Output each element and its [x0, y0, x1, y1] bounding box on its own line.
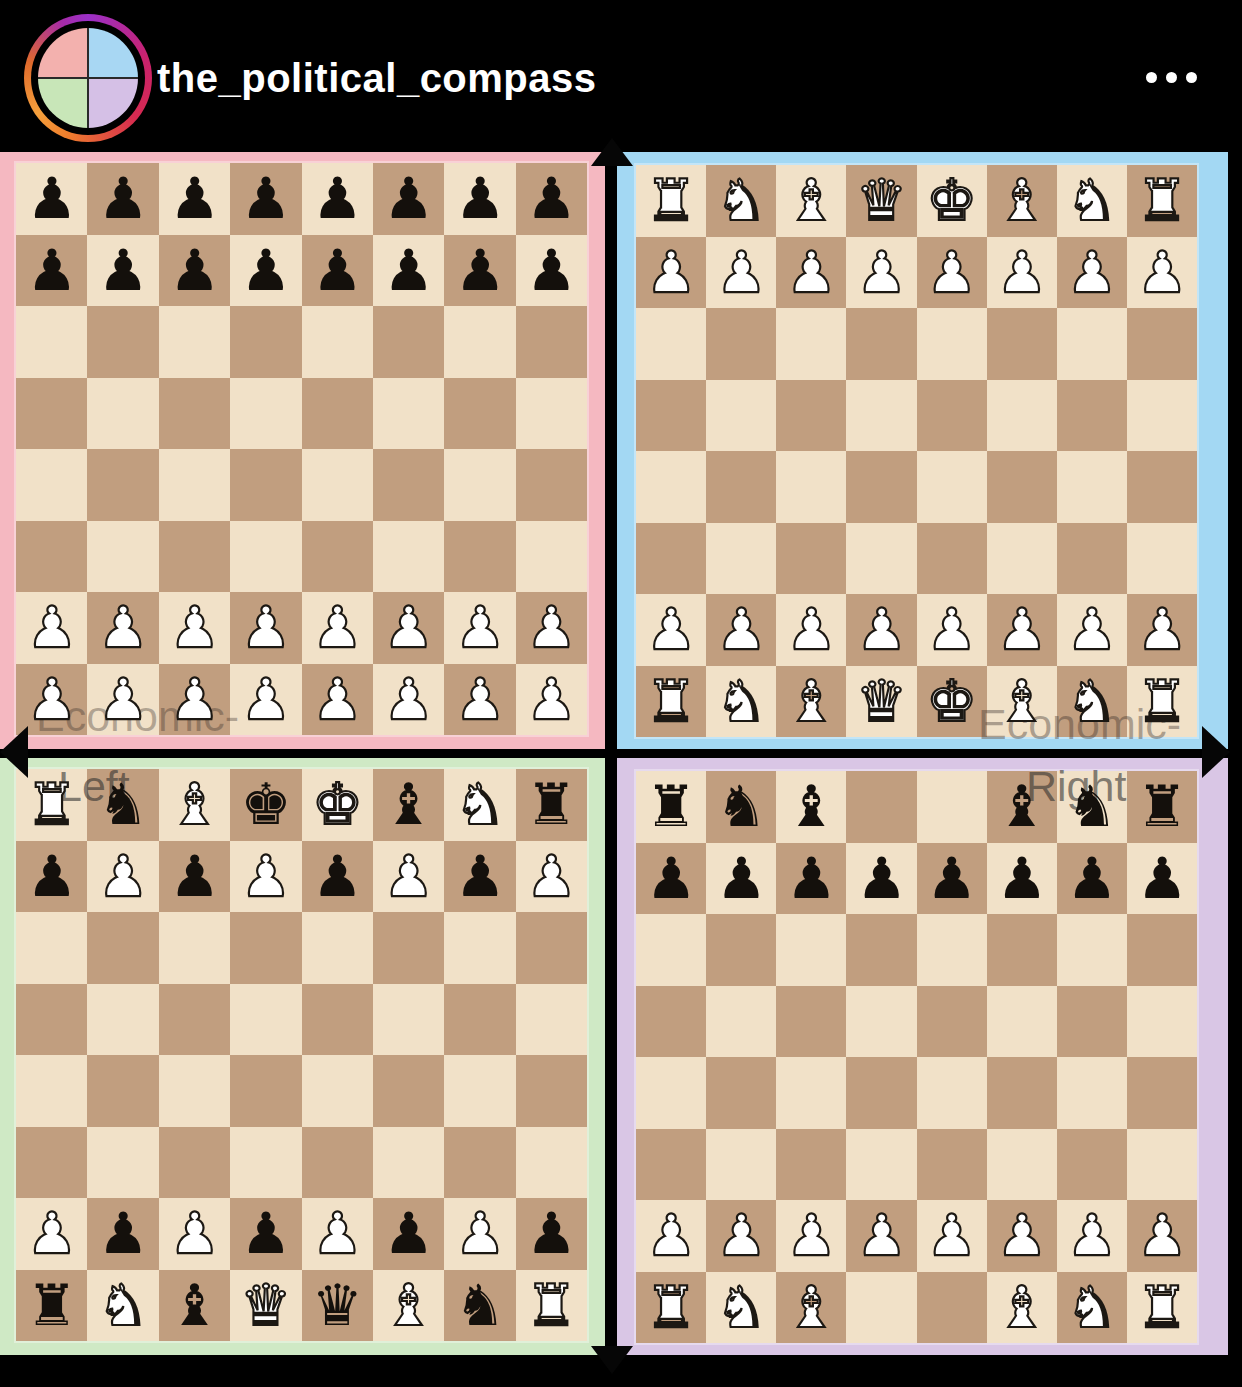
square	[302, 306, 373, 378]
quadrant-bottom-right[interactable]: ♜♞♝♝♞♜♟♟♟♟♟♟♟♟♟♟♟♟♟♟♟♟♜♞♝♝♞♜	[617, 758, 1228, 1355]
square: ♟	[444, 1198, 515, 1270]
square: ♝	[373, 1270, 444, 1342]
square	[917, 1129, 987, 1201]
white-pawn-icon: ♟	[312, 671, 363, 728]
axis-arrow-left-icon	[0, 726, 28, 778]
square	[373, 984, 444, 1056]
square	[1057, 986, 1127, 1058]
square: ♛	[846, 165, 916, 237]
white-rook-icon: ♜	[1136, 1279, 1187, 1336]
black-pawn-icon: ♟	[526, 1205, 577, 1262]
political-compass-icon	[38, 28, 138, 128]
post-header: the_political_compass	[0, 0, 1242, 152]
square	[516, 984, 587, 1056]
square	[230, 306, 301, 378]
black-pawn-icon: ♟	[856, 850, 907, 907]
white-rook-icon: ♜	[1136, 673, 1187, 730]
black-pawn-icon: ♟	[383, 242, 434, 299]
square	[846, 380, 916, 452]
black-pawn-icon: ♟	[526, 170, 577, 227]
square	[706, 523, 776, 595]
white-pawn-icon: ♟	[1136, 1207, 1187, 1264]
square: ♟	[444, 163, 515, 235]
black-pawn-icon: ♟	[98, 1205, 149, 1262]
square: ♞	[1057, 666, 1127, 738]
square: ♞	[444, 769, 515, 841]
square	[87, 1127, 158, 1199]
square	[706, 1129, 776, 1201]
square: ♟	[87, 592, 158, 664]
white-queen-icon: ♛	[856, 172, 907, 229]
square	[87, 306, 158, 378]
black-pawn-icon: ♟	[454, 848, 505, 905]
square	[16, 378, 87, 450]
black-pawn-icon: ♟	[312, 170, 363, 227]
square: ♜	[636, 771, 706, 843]
square	[159, 521, 230, 593]
square: ♞	[444, 1270, 515, 1342]
black-knight-icon: ♞	[454, 1277, 505, 1334]
black-pawn-icon: ♟	[454, 170, 505, 227]
square: ♟	[444, 592, 515, 664]
square	[444, 378, 515, 450]
black-pawn-icon: ♟	[1066, 850, 1117, 907]
square	[1057, 380, 1127, 452]
square: ♞	[706, 666, 776, 738]
square: ♟	[373, 592, 444, 664]
square	[373, 378, 444, 450]
white-pawn-icon: ♟	[996, 244, 1047, 301]
square: ♚	[230, 769, 301, 841]
square	[917, 986, 987, 1058]
square	[373, 306, 444, 378]
black-pawn-icon: ♟	[26, 170, 77, 227]
black-knight-icon: ♞	[716, 778, 767, 835]
white-pawn-icon: ♟	[169, 599, 220, 656]
square: ♟	[87, 163, 158, 235]
square: ♞	[1057, 771, 1127, 843]
square	[776, 1129, 846, 1201]
square	[230, 1127, 301, 1199]
white-pawn-icon: ♟	[240, 671, 291, 728]
square	[776, 451, 846, 523]
square: ♝	[987, 165, 1057, 237]
white-pawn-icon: ♟	[383, 671, 434, 728]
white-knight-icon: ♞	[1066, 172, 1117, 229]
square: ♟	[87, 664, 158, 736]
square	[444, 1055, 515, 1127]
square: ♞	[87, 769, 158, 841]
square: ♟	[1127, 1200, 1197, 1272]
square	[1127, 380, 1197, 452]
square: ♟	[159, 1198, 230, 1270]
quadrant-top-right[interactable]: ♜♞♝♛♚♝♞♜♟♟♟♟♟♟♟♟♟♟♟♟♟♟♟♟♜♞♝♛♚♝♞♜	[617, 152, 1228, 749]
square	[636, 986, 706, 1058]
square	[373, 912, 444, 984]
square: ♜	[1127, 666, 1197, 738]
square	[706, 914, 776, 986]
square	[776, 308, 846, 380]
square	[917, 523, 987, 595]
black-pawn-icon: ♟	[240, 170, 291, 227]
white-pawn-icon: ♟	[856, 601, 907, 658]
square: ♟	[444, 841, 515, 913]
black-pawn-icon: ♟	[312, 848, 363, 905]
black-queen-icon: ♛	[312, 1277, 363, 1334]
square	[87, 449, 158, 521]
white-pawn-icon: ♟	[716, 1207, 767, 1264]
quadrant-top-left[interactable]: ♟♟♟♟♟♟♟♟♟♟♟♟♟♟♟♟♟♟♟♟♟♟♟♟♟♟♟♟♟♟♟♟	[0, 152, 605, 749]
square	[87, 378, 158, 450]
square: ♛	[230, 1270, 301, 1342]
square	[16, 912, 87, 984]
square: ♜	[636, 165, 706, 237]
black-bishop-icon: ♝	[996, 778, 1047, 835]
black-pawn-icon: ♟	[1136, 850, 1187, 907]
black-rook-icon: ♜	[526, 776, 577, 833]
white-pawn-icon: ♟	[526, 671, 577, 728]
black-pawn-icon: ♟	[169, 242, 220, 299]
square	[444, 984, 515, 1056]
square: ♟	[373, 235, 444, 307]
square	[87, 521, 158, 593]
white-pawn-icon: ♟	[786, 1207, 837, 1264]
square	[444, 912, 515, 984]
square	[230, 1055, 301, 1127]
square	[917, 771, 987, 843]
white-rook-icon: ♜	[646, 172, 697, 229]
white-knight-icon: ♞	[1066, 673, 1117, 730]
white-pawn-icon: ♟	[454, 599, 505, 656]
square	[987, 308, 1057, 380]
square	[1057, 1129, 1127, 1201]
black-pawn-icon: ♟	[926, 850, 977, 907]
profile-avatar[interactable]	[24, 14, 152, 142]
square	[987, 380, 1057, 452]
square: ♟	[516, 841, 587, 913]
white-pawn-icon: ♟	[240, 848, 291, 905]
white-knight-icon: ♞	[1066, 1279, 1117, 1336]
chessboard-bottom-right: ♜♞♝♝♞♜♟♟♟♟♟♟♟♟♟♟♟♟♟♟♟♟♜♞♝♝♞♜	[636, 771, 1197, 1343]
square: ♟	[1057, 237, 1127, 309]
square	[302, 1055, 373, 1127]
square: ♟	[230, 841, 301, 913]
square: ♜	[1127, 771, 1197, 843]
chessboard-bottom-left: ♜♞♝♚♚♝♞♜♟♟♟♟♟♟♟♟♟♟♟♟♟♟♟♟♜♞♝♛♛♝♞♜	[16, 769, 587, 1341]
square: ♚	[302, 769, 373, 841]
square	[1057, 523, 1127, 595]
black-pawn-icon: ♟	[240, 242, 291, 299]
square: ♟	[16, 235, 87, 307]
square	[987, 1057, 1057, 1129]
square	[1127, 1057, 1197, 1129]
square: ♟	[16, 841, 87, 913]
white-pawn-icon: ♟	[454, 671, 505, 728]
square: ♛	[302, 1270, 373, 1342]
white-bishop-icon: ♝	[996, 1279, 1047, 1336]
square: ♟	[846, 237, 916, 309]
square: ♜	[516, 1270, 587, 1342]
white-pawn-icon: ♟	[1066, 244, 1117, 301]
square	[16, 1127, 87, 1199]
black-pawn-icon: ♟	[26, 848, 77, 905]
square: ♜	[1127, 1272, 1197, 1344]
black-pawn-icon: ♟	[786, 850, 837, 907]
square: ♟	[1127, 594, 1197, 666]
square: ♟	[373, 163, 444, 235]
square: ♞	[1057, 1272, 1127, 1344]
square: ♟	[846, 594, 916, 666]
square: ♝	[776, 771, 846, 843]
white-pawn-icon: ♟	[1066, 1207, 1117, 1264]
black-rook-icon: ♜	[1136, 778, 1187, 835]
white-pawn-icon: ♟	[526, 599, 577, 656]
square	[1057, 451, 1127, 523]
square	[159, 1055, 230, 1127]
square: ♝	[776, 165, 846, 237]
square: ♟	[159, 235, 230, 307]
square: ♟	[373, 664, 444, 736]
square	[846, 1057, 916, 1129]
square	[636, 1129, 706, 1201]
white-pawn-icon: ♟	[926, 601, 977, 658]
white-pawn-icon: ♟	[786, 244, 837, 301]
square	[516, 912, 587, 984]
black-pawn-icon: ♟	[383, 1205, 434, 1262]
axis-arrow-right-icon	[1202, 726, 1230, 778]
square	[1057, 1057, 1127, 1129]
square: ♟	[159, 163, 230, 235]
square: ♟	[302, 163, 373, 235]
white-queen-icon: ♛	[856, 673, 907, 730]
white-pawn-icon: ♟	[26, 599, 77, 656]
square: ♜	[636, 1272, 706, 1344]
white-bishop-icon: ♝	[996, 172, 1047, 229]
white-pawn-icon: ♟	[1066, 601, 1117, 658]
square: ♜	[516, 769, 587, 841]
square: ♝	[987, 1272, 1057, 1344]
square: ♟	[776, 237, 846, 309]
square	[917, 1057, 987, 1129]
square: ♝	[159, 769, 230, 841]
black-pawn-icon: ♟	[169, 848, 220, 905]
square: ♜	[1127, 165, 1197, 237]
black-bishop-icon: ♝	[169, 1277, 220, 1334]
square	[373, 1055, 444, 1127]
square	[1127, 308, 1197, 380]
square	[846, 1272, 916, 1344]
white-knight-icon: ♞	[716, 1279, 767, 1336]
square	[444, 449, 515, 521]
square: ♟	[636, 843, 706, 915]
black-pawn-icon: ♟	[98, 170, 149, 227]
square	[302, 984, 373, 1056]
white-pawn-icon: ♟	[856, 1207, 907, 1264]
square: ♟	[917, 594, 987, 666]
square: ♟	[373, 1198, 444, 1270]
square	[230, 984, 301, 1056]
square: ♟	[302, 235, 373, 307]
square	[516, 1127, 587, 1199]
square	[302, 1127, 373, 1199]
instagram-post: the_political_compass ♟♟♟♟♟♟♟♟♟♟♟♟♟♟♟♟♟♟…	[0, 0, 1242, 1387]
square: ♟	[706, 1200, 776, 1272]
white-queen-icon: ♛	[240, 1277, 291, 1334]
white-knight-icon: ♞	[454, 776, 505, 833]
square: ♚	[917, 666, 987, 738]
white-pawn-icon: ♟	[383, 599, 434, 656]
square	[373, 521, 444, 593]
white-rook-icon: ♜	[26, 776, 77, 833]
square	[917, 1272, 987, 1344]
white-pawn-icon: ♟	[98, 599, 149, 656]
square: ♟	[987, 1200, 1057, 1272]
square: ♟	[87, 1198, 158, 1270]
square: ♟	[230, 592, 301, 664]
square	[846, 986, 916, 1058]
square	[230, 378, 301, 450]
white-pawn-icon: ♟	[454, 1205, 505, 1262]
square	[516, 1055, 587, 1127]
square	[706, 380, 776, 452]
square: ♟	[636, 1200, 706, 1272]
white-pawn-icon: ♟	[646, 244, 697, 301]
square	[1127, 986, 1197, 1058]
square: ♚	[917, 165, 987, 237]
square: ♜	[636, 666, 706, 738]
square	[636, 308, 706, 380]
square	[516, 521, 587, 593]
square	[987, 986, 1057, 1058]
square	[516, 306, 587, 378]
white-king-icon: ♚	[926, 172, 977, 229]
square: ♟	[230, 1198, 301, 1270]
white-knight-icon: ♞	[98, 1277, 149, 1334]
square	[987, 523, 1057, 595]
white-rook-icon: ♜	[646, 673, 697, 730]
square	[516, 449, 587, 521]
black-king-icon: ♚	[240, 776, 291, 833]
square: ♟	[917, 843, 987, 915]
black-pawn-icon: ♟	[26, 242, 77, 299]
square: ♟	[87, 235, 158, 307]
square	[917, 451, 987, 523]
square	[302, 378, 373, 450]
square	[917, 308, 987, 380]
white-pawn-icon: ♟	[383, 848, 434, 905]
white-bishop-icon: ♝	[383, 1277, 434, 1334]
square	[706, 986, 776, 1058]
square: ♟	[516, 664, 587, 736]
square	[1127, 1129, 1197, 1201]
square: ♟	[636, 237, 706, 309]
square	[159, 1127, 230, 1199]
square: ♟	[444, 235, 515, 307]
square: ♝	[776, 666, 846, 738]
square	[302, 912, 373, 984]
square	[776, 986, 846, 1058]
white-pawn-icon: ♟	[996, 601, 1047, 658]
black-pawn-icon: ♟	[312, 242, 363, 299]
square	[846, 914, 916, 986]
white-rook-icon: ♜	[1136, 172, 1187, 229]
black-pawn-icon: ♟	[526, 242, 577, 299]
white-knight-icon: ♞	[716, 673, 767, 730]
square: ♟	[776, 1200, 846, 1272]
square	[444, 1127, 515, 1199]
black-pawn-icon: ♟	[454, 242, 505, 299]
black-pawn-icon: ♟	[383, 170, 434, 227]
square: ♟	[516, 592, 587, 664]
square	[1127, 523, 1197, 595]
black-knight-icon: ♞	[1066, 778, 1117, 835]
square	[159, 378, 230, 450]
quadrant-bottom-left[interactable]: ♜♞♝♚♚♝♞♜♟♟♟♟♟♟♟♟♟♟♟♟♟♟♟♟♜♞♝♛♛♝♞♜	[0, 758, 605, 1355]
white-pawn-icon: ♟	[526, 848, 577, 905]
square: ♞	[87, 1270, 158, 1342]
square: ♟	[516, 163, 587, 235]
square: ♟	[1057, 843, 1127, 915]
square: ♟	[16, 163, 87, 235]
black-pawn-icon: ♟	[169, 170, 220, 227]
white-pawn-icon: ♟	[312, 1205, 363, 1262]
white-pawn-icon: ♟	[716, 601, 767, 658]
black-rook-icon: ♜	[26, 1277, 77, 1334]
more-options-icon[interactable]	[1146, 72, 1197, 83]
black-knight-icon: ♞	[98, 776, 149, 833]
square: ♟	[159, 592, 230, 664]
square	[706, 1057, 776, 1129]
square: ♟	[87, 841, 158, 913]
axis-arrow-up-icon	[591, 138, 633, 166]
square: ♟	[16, 664, 87, 736]
square	[516, 378, 587, 450]
square: ♛	[846, 666, 916, 738]
square: ♞	[706, 771, 776, 843]
square	[230, 449, 301, 521]
square	[776, 914, 846, 986]
square: ♟	[776, 594, 846, 666]
square: ♟	[230, 664, 301, 736]
square	[776, 523, 846, 595]
square: ♟	[1127, 843, 1197, 915]
white-king-icon: ♚	[312, 776, 363, 833]
square: ♟	[302, 664, 373, 736]
square	[846, 523, 916, 595]
black-pawn-icon: ♟	[98, 242, 149, 299]
square: ♟	[846, 1200, 916, 1272]
white-rook-icon: ♜	[646, 1279, 697, 1336]
white-knight-icon: ♞	[716, 172, 767, 229]
black-bishop-icon: ♝	[383, 776, 434, 833]
black-pawn-icon: ♟	[646, 850, 697, 907]
white-pawn-icon: ♟	[926, 1207, 977, 1264]
white-pawn-icon: ♟	[169, 1205, 220, 1262]
square: ♟	[1057, 1200, 1127, 1272]
square: ♟	[776, 843, 846, 915]
square: ♟	[987, 237, 1057, 309]
square	[159, 306, 230, 378]
white-pawn-icon: ♟	[786, 601, 837, 658]
square: ♟	[302, 592, 373, 664]
square: ♜	[16, 1270, 87, 1342]
square	[16, 984, 87, 1056]
avatar-ring-gap	[31, 21, 145, 135]
username[interactable]: the_political_compass	[157, 56, 597, 101]
square: ♟	[230, 235, 301, 307]
square: ♝	[159, 1270, 230, 1342]
axis-arrow-down-icon	[591, 1346, 633, 1374]
